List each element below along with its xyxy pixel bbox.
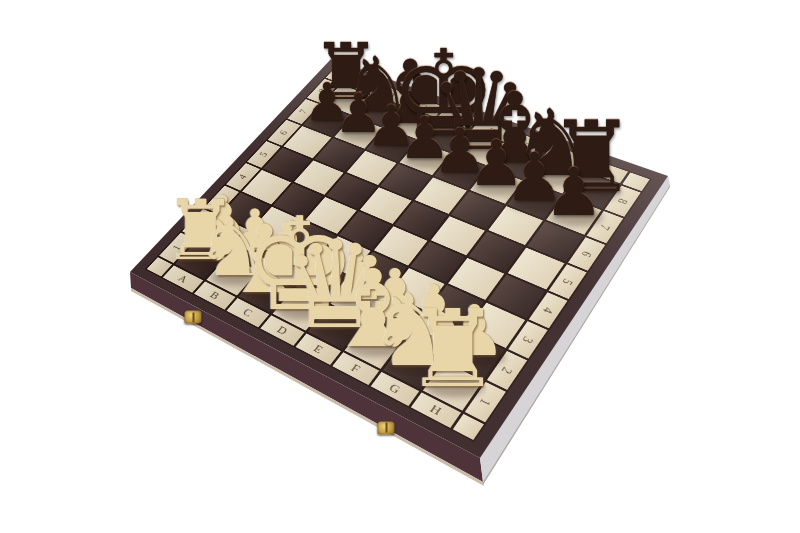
rank-label-text: 3 [520, 335, 536, 345]
rank-label-text: 5 [560, 277, 575, 286]
chess-set-photo: ABCDEFGH8877665544332211ABCDEFGH ♜♞♝♚♛♝♞… [0, 0, 800, 533]
rank-label-text: 6 [278, 129, 290, 136]
piece-white-rook-h1[interactable]: ♜ [405, 296, 501, 403]
brass-clasp-2 [377, 421, 394, 434]
brass-clasp-1 [185, 311, 202, 324]
rank-label-text: 4 [237, 173, 249, 180]
rank-label-text: 6 [579, 249, 594, 258]
rank-label-text: 5 [258, 151, 270, 158]
piece-black-pawn-h7[interactable]: ♟ [544, 160, 603, 226]
rank-label-text: 4 [541, 305, 556, 315]
